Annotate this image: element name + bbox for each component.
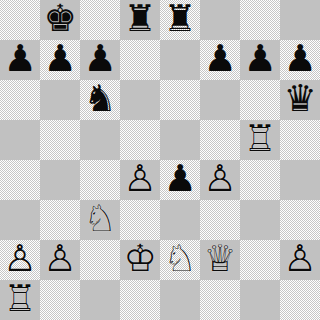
square-b2[interactable]: ♙ (40, 240, 80, 280)
square-b4[interactable] (40, 160, 80, 200)
square-g6[interactable] (240, 80, 280, 120)
square-d8[interactable]: ♜ (120, 0, 160, 40)
square-h4[interactable] (280, 160, 320, 200)
square-f7[interactable]: ♟ (200, 40, 240, 80)
square-c3[interactable]: ♘ (80, 200, 120, 240)
square-f6[interactable] (200, 80, 240, 120)
square-b1[interactable] (40, 280, 80, 320)
white-rook-g5[interactable]: ♖ (243, 119, 276, 159)
square-d7[interactable] (120, 40, 160, 80)
square-f3[interactable] (200, 200, 240, 240)
square-c6[interactable]: ♞ (80, 80, 120, 120)
square-e8[interactable]: ♜ (160, 0, 200, 40)
square-c5[interactable] (80, 120, 120, 160)
black-rook-d8[interactable]: ♜ (123, 0, 156, 39)
white-queen-f2[interactable]: ♕ (203, 239, 236, 279)
black-pawn-c7[interactable]: ♟ (83, 39, 116, 79)
square-g1[interactable] (240, 280, 280, 320)
black-pawn-f7[interactable]: ♟ (203, 39, 236, 79)
white-knight-c3[interactable]: ♘ (83, 199, 116, 239)
square-h5[interactable] (280, 120, 320, 160)
square-e4[interactable]: ♟ (160, 160, 200, 200)
square-h7[interactable]: ♟ (280, 40, 320, 80)
square-b3[interactable] (40, 200, 80, 240)
square-g4[interactable] (240, 160, 280, 200)
black-pawn-e4[interactable]: ♟ (163, 159, 196, 199)
chess-board: ♚♜♜♟♟♟♟♟♟♞♛♖♙♟♙♘♙♙♔♘♕♙♖ (0, 0, 320, 320)
square-a3[interactable] (0, 200, 40, 240)
square-c1[interactable] (80, 280, 120, 320)
square-a8[interactable] (0, 0, 40, 40)
square-e2[interactable]: ♘ (160, 240, 200, 280)
square-f2[interactable]: ♕ (200, 240, 240, 280)
square-c4[interactable] (80, 160, 120, 200)
square-e5[interactable] (160, 120, 200, 160)
square-a1[interactable]: ♖ (0, 280, 40, 320)
black-king-b8[interactable]: ♚ (43, 0, 76, 39)
white-pawn-d4[interactable]: ♙ (123, 159, 156, 199)
square-g7[interactable]: ♟ (240, 40, 280, 80)
square-b5[interactable] (40, 120, 80, 160)
square-a7[interactable]: ♟ (0, 40, 40, 80)
square-e3[interactable] (160, 200, 200, 240)
square-d5[interactable] (120, 120, 160, 160)
black-pawn-a7[interactable]: ♟ (3, 39, 36, 79)
square-c8[interactable] (80, 0, 120, 40)
square-h2[interactable]: ♙ (280, 240, 320, 280)
square-h6[interactable]: ♛ (280, 80, 320, 120)
square-b8[interactable]: ♚ (40, 0, 80, 40)
black-pawn-g7[interactable]: ♟ (243, 39, 276, 79)
square-e1[interactable] (160, 280, 200, 320)
square-d2[interactable]: ♔ (120, 240, 160, 280)
square-a6[interactable] (0, 80, 40, 120)
square-g5[interactable]: ♖ (240, 120, 280, 160)
square-a2[interactable]: ♙ (0, 240, 40, 280)
square-a5[interactable] (0, 120, 40, 160)
black-pawn-b7[interactable]: ♟ (43, 39, 76, 79)
square-h1[interactable] (280, 280, 320, 320)
square-f4[interactable]: ♙ (200, 160, 240, 200)
white-pawn-f4[interactable]: ♙ (203, 159, 236, 199)
square-c7[interactable]: ♟ (80, 40, 120, 80)
white-pawn-a2[interactable]: ♙ (3, 239, 36, 279)
square-g3[interactable] (240, 200, 280, 240)
square-f5[interactable] (200, 120, 240, 160)
square-d4[interactable]: ♙ (120, 160, 160, 200)
black-queen-h6[interactable]: ♛ (283, 79, 316, 119)
square-b6[interactable] (40, 80, 80, 120)
square-d1[interactable] (120, 280, 160, 320)
square-h8[interactable] (280, 0, 320, 40)
square-b7[interactable]: ♟ (40, 40, 80, 80)
square-h3[interactable] (280, 200, 320, 240)
black-rook-e8[interactable]: ♜ (163, 0, 196, 39)
white-pawn-b2[interactable]: ♙ (43, 239, 76, 279)
black-pawn-h7[interactable]: ♟ (283, 39, 316, 79)
white-rook-a1[interactable]: ♖ (3, 279, 36, 319)
square-d3[interactable] (120, 200, 160, 240)
white-king-d2[interactable]: ♔ (123, 239, 156, 279)
white-pawn-h2[interactable]: ♙ (283, 239, 316, 279)
square-g2[interactable] (240, 240, 280, 280)
square-e7[interactable] (160, 40, 200, 80)
white-knight-e2[interactable]: ♘ (163, 239, 196, 279)
square-a4[interactable] (0, 160, 40, 200)
square-c2[interactable] (80, 240, 120, 280)
black-knight-c6[interactable]: ♞ (83, 79, 116, 119)
square-f1[interactable] (200, 280, 240, 320)
square-e6[interactable] (160, 80, 200, 120)
square-d6[interactable] (120, 80, 160, 120)
square-f8[interactable] (200, 0, 240, 40)
square-g8[interactable] (240, 0, 280, 40)
